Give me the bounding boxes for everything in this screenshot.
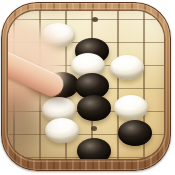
white-stone: ○ xyxy=(110,55,144,80)
white-stone: ○ xyxy=(45,118,79,143)
board-photo: ○●○○●●○●○○●● xyxy=(8,11,164,159)
black-stone: ● xyxy=(77,138,111,160)
black-stone: ● xyxy=(77,95,111,121)
icon-canvas: ○●○○●●○●○○●● xyxy=(0,0,175,175)
go-app-icon[interactable]: ○●○○●●○●○○●● xyxy=(1,2,171,171)
white-stone: ○ xyxy=(114,95,148,120)
star-point xyxy=(91,126,97,131)
black-stone: ● xyxy=(118,120,152,146)
star-point xyxy=(92,17,98,22)
